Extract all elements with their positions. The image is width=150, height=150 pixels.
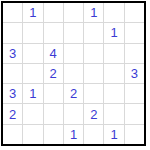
cell-r3c7[interactable] [125, 44, 144, 63]
cell-r2c2[interactable] [23, 23, 42, 42]
cell-r2c7[interactable] [125, 23, 144, 42]
cell-r5c7[interactable] [125, 84, 144, 103]
cell-r7c4: 1 [64, 125, 83, 144]
cell-r1c4[interactable] [64, 3, 83, 22]
cell-r1c6[interactable] [104, 3, 123, 22]
cell-r4c6[interactable] [104, 64, 123, 83]
cell-r4c5[interactable] [84, 64, 103, 83]
cell-r7c7[interactable] [125, 125, 144, 144]
cell-r6c5: 2 [84, 104, 103, 123]
cell-r5c6[interactable] [104, 84, 123, 103]
cell-r4c4[interactable] [64, 64, 83, 83]
cell-r6c7[interactable] [125, 104, 144, 123]
cell-r3c1: 3 [3, 44, 22, 63]
cell-r4c1[interactable] [3, 64, 22, 83]
cell-r2c6: 1 [104, 23, 123, 42]
cell-r1c1[interactable] [3, 3, 22, 22]
cell-r5c1: 3 [3, 84, 22, 103]
cell-r3c6[interactable] [104, 44, 123, 63]
cell-r7c1[interactable] [3, 125, 22, 144]
cell-r2c1[interactable] [3, 23, 22, 42]
cell-r6c4[interactable] [64, 104, 83, 123]
cell-r6c2[interactable] [23, 104, 42, 123]
cell-r5c2: 1 [23, 84, 42, 103]
cell-r3c3: 4 [44, 44, 63, 63]
cell-r1c3[interactable] [44, 3, 63, 22]
cell-r7c5[interactable] [84, 125, 103, 144]
puzzle-canvas: 11134233122211 [0, 0, 150, 150]
cell-r2c5[interactable] [84, 23, 103, 42]
cell-r5c4: 2 [64, 84, 83, 103]
cell-r6c1: 2 [3, 104, 22, 123]
minesweeper-board: 11134233122211 [1, 1, 146, 146]
cell-r4c3: 2 [44, 64, 63, 83]
cell-r5c5[interactable] [84, 84, 103, 103]
cell-r2c3[interactable] [44, 23, 63, 42]
cell-r1c7[interactable] [125, 3, 144, 22]
cell-r2c4[interactable] [64, 23, 83, 42]
cell-r7c3[interactable] [44, 125, 63, 144]
cell-r5c3[interactable] [44, 84, 63, 103]
cell-r7c6: 1 [104, 125, 123, 144]
cell-r3c2[interactable] [23, 44, 42, 63]
cell-r6c3[interactable] [44, 104, 63, 123]
cell-r4c7: 3 [125, 64, 144, 83]
cell-r3c4[interactable] [64, 44, 83, 63]
cell-r1c5: 1 [84, 3, 103, 22]
cell-r4c2[interactable] [23, 64, 42, 83]
cell-r6c6[interactable] [104, 104, 123, 123]
cell-r1c2: 1 [23, 3, 42, 22]
cell-r7c2[interactable] [23, 125, 42, 144]
cell-r3c5[interactable] [84, 44, 103, 63]
